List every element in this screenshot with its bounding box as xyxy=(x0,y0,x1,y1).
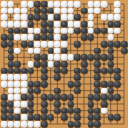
white-stone[interactable] xyxy=(21,74,28,81)
black-stone[interactable] xyxy=(27,41,34,48)
black-stone[interactable] xyxy=(94,107,101,114)
white-stone[interactable] xyxy=(47,1,54,8)
black-stone[interactable] xyxy=(81,7,88,14)
white-stone[interactable] xyxy=(101,1,108,8)
black-stone[interactable] xyxy=(21,41,28,48)
black-stone[interactable] xyxy=(114,114,121,121)
white-stone[interactable] xyxy=(21,21,28,28)
white-stone[interactable] xyxy=(1,81,8,88)
black-stone[interactable] xyxy=(41,61,48,68)
black-stone[interactable] xyxy=(34,81,41,88)
black-stone[interactable] xyxy=(94,81,101,88)
black-stone[interactable] xyxy=(74,81,81,88)
black-stone[interactable] xyxy=(41,101,48,108)
white-stone[interactable] xyxy=(21,14,28,21)
white-stone[interactable] xyxy=(54,54,61,61)
white-stone[interactable] xyxy=(21,87,28,94)
white-stone[interactable] xyxy=(7,81,14,88)
white-stone[interactable] xyxy=(14,7,21,14)
black-stone[interactable] xyxy=(41,107,48,114)
white-stone[interactable] xyxy=(7,74,14,81)
black-stone[interactable] xyxy=(87,114,94,121)
black-stone[interactable] xyxy=(34,54,41,61)
white-stone[interactable] xyxy=(1,1,8,8)
black-stone[interactable] xyxy=(94,27,101,34)
black-stone[interactable] xyxy=(61,47,68,54)
white-stone[interactable] xyxy=(7,21,14,28)
black-stone[interactable] xyxy=(54,87,61,94)
black-stone[interactable] xyxy=(41,7,48,14)
black-stone[interactable] xyxy=(87,54,94,61)
white-stone[interactable] xyxy=(54,21,61,28)
black-stone[interactable] xyxy=(27,81,34,88)
white-stone[interactable] xyxy=(14,81,21,88)
black-stone[interactable] xyxy=(1,41,8,48)
white-stone[interactable] xyxy=(67,54,74,61)
black-stone[interactable] xyxy=(94,61,101,68)
black-stone[interactable] xyxy=(1,94,8,101)
hoshi-point xyxy=(63,103,65,105)
white-stone[interactable] xyxy=(67,14,74,21)
white-stone[interactable] xyxy=(54,47,61,54)
black-stone[interactable] xyxy=(1,107,8,114)
black-stone[interactable] xyxy=(114,67,121,74)
black-stone[interactable] xyxy=(7,54,14,61)
black-stone[interactable] xyxy=(114,94,121,101)
black-stone[interactable] xyxy=(94,87,101,94)
white-stone[interactable] xyxy=(27,47,34,54)
white-stone[interactable] xyxy=(27,1,34,8)
black-stone[interactable] xyxy=(101,81,108,88)
black-stone[interactable] xyxy=(41,34,48,41)
black-stone[interactable] xyxy=(107,54,114,61)
white-stone[interactable] xyxy=(54,7,61,14)
white-stone[interactable] xyxy=(14,14,21,21)
black-stone[interactable] xyxy=(7,41,14,48)
black-stone[interactable] xyxy=(21,27,28,34)
white-stone[interactable] xyxy=(34,27,41,34)
white-stone[interactable] xyxy=(41,41,48,48)
white-stone[interactable] xyxy=(21,114,28,121)
black-stone[interactable] xyxy=(7,61,14,68)
black-stone[interactable] xyxy=(1,114,8,121)
black-stone[interactable] xyxy=(27,67,34,74)
black-stone[interactable] xyxy=(41,21,48,28)
white-stone[interactable] xyxy=(21,81,28,88)
black-stone[interactable] xyxy=(34,34,41,41)
black-stone[interactable] xyxy=(74,14,81,21)
black-stone[interactable] xyxy=(7,107,14,114)
white-stone[interactable] xyxy=(14,94,21,101)
white-stone[interactable] xyxy=(7,1,14,8)
black-stone[interactable] xyxy=(41,1,48,8)
black-stone[interactable] xyxy=(121,41,128,48)
black-stone[interactable] xyxy=(61,34,68,41)
black-stone[interactable] xyxy=(114,41,121,48)
black-stone[interactable] xyxy=(34,87,41,94)
white-stone[interactable] xyxy=(14,121,21,128)
white-stone[interactable] xyxy=(87,14,94,21)
black-stone[interactable] xyxy=(94,114,101,121)
black-stone[interactable] xyxy=(94,47,101,54)
black-stone[interactable] xyxy=(107,61,114,68)
black-stone[interactable] xyxy=(67,101,74,108)
black-stone[interactable] xyxy=(7,114,14,121)
black-stone[interactable] xyxy=(67,107,74,114)
black-stone[interactable] xyxy=(74,114,81,121)
black-stone[interactable] xyxy=(54,14,61,21)
black-stone[interactable] xyxy=(94,74,101,81)
black-stone[interactable] xyxy=(34,14,41,21)
white-stone[interactable] xyxy=(61,27,68,34)
black-stone[interactable] xyxy=(47,7,54,14)
black-stone[interactable] xyxy=(27,21,34,28)
black-stone[interactable] xyxy=(54,101,61,108)
white-stone[interactable] xyxy=(114,14,121,21)
black-stone[interactable] xyxy=(61,61,68,68)
white-stone[interactable] xyxy=(21,121,28,128)
black-stone[interactable] xyxy=(21,107,28,114)
white-stone[interactable] xyxy=(47,54,54,61)
hoshi-point xyxy=(103,23,105,25)
white-stone[interactable] xyxy=(27,121,34,128)
black-stone[interactable] xyxy=(114,81,121,88)
black-stone[interactable] xyxy=(21,94,28,101)
white-stone[interactable] xyxy=(61,7,68,14)
white-stone[interactable] xyxy=(107,27,114,34)
black-stone[interactable] xyxy=(47,94,54,101)
black-stone[interactable] xyxy=(54,74,61,81)
black-stone[interactable] xyxy=(74,27,81,34)
black-stone[interactable] xyxy=(94,94,101,101)
white-stone[interactable] xyxy=(27,34,34,41)
black-stone[interactable] xyxy=(67,81,74,88)
black-stone[interactable] xyxy=(47,21,54,28)
black-stone[interactable] xyxy=(27,87,34,94)
black-stone[interactable] xyxy=(34,1,41,8)
black-stone[interactable] xyxy=(87,101,94,108)
black-stone[interactable] xyxy=(54,61,61,68)
white-stone[interactable] xyxy=(101,107,108,114)
white-stone[interactable] xyxy=(1,7,8,14)
black-stone[interactable] xyxy=(114,74,121,81)
black-stone[interactable] xyxy=(41,121,48,128)
black-stone[interactable] xyxy=(14,27,21,34)
black-stone[interactable] xyxy=(41,54,48,61)
white-stone[interactable] xyxy=(7,94,14,101)
black-stone[interactable] xyxy=(14,67,21,74)
black-stone[interactable] xyxy=(107,21,114,28)
black-stone[interactable] xyxy=(101,101,108,108)
black-stone[interactable] xyxy=(87,121,94,128)
black-stone[interactable] xyxy=(61,94,68,101)
white-stone[interactable] xyxy=(87,27,94,34)
black-stone[interactable] xyxy=(107,94,114,101)
black-stone[interactable] xyxy=(54,107,61,114)
black-stone[interactable] xyxy=(81,34,88,41)
black-stone[interactable] xyxy=(41,74,48,81)
white-stone[interactable] xyxy=(14,87,21,94)
white-stone[interactable] xyxy=(74,21,81,28)
white-stone[interactable] xyxy=(47,41,54,48)
black-stone[interactable] xyxy=(81,54,88,61)
white-stone[interactable] xyxy=(101,87,108,94)
black-stone[interactable] xyxy=(47,114,54,121)
black-stone[interactable] xyxy=(41,14,48,21)
white-stone[interactable] xyxy=(67,7,74,14)
white-stone[interactable] xyxy=(94,7,101,14)
white-stone[interactable] xyxy=(34,121,41,128)
black-stone[interactable] xyxy=(27,94,34,101)
white-stone[interactable] xyxy=(14,34,21,41)
black-stone[interactable] xyxy=(81,21,88,28)
white-stone[interactable] xyxy=(14,74,21,81)
white-stone[interactable] xyxy=(21,34,28,41)
black-stone[interactable] xyxy=(41,81,48,88)
black-stone[interactable] xyxy=(121,47,128,54)
white-stone[interactable] xyxy=(7,87,14,94)
black-stone[interactable] xyxy=(94,54,101,61)
black-stone[interactable] xyxy=(14,114,21,121)
black-stone[interactable] xyxy=(7,101,14,108)
white-stone[interactable] xyxy=(14,47,21,54)
black-stone[interactable] xyxy=(107,114,114,121)
white-stone[interactable] xyxy=(61,54,68,61)
white-stone[interactable] xyxy=(54,34,61,41)
black-stone[interactable] xyxy=(74,41,81,48)
white-stone[interactable] xyxy=(94,1,101,8)
white-stone[interactable] xyxy=(7,7,14,14)
black-stone[interactable] xyxy=(107,41,114,48)
black-stone[interactable] xyxy=(27,114,34,121)
black-stone[interactable] xyxy=(107,67,114,74)
white-stone[interactable] xyxy=(7,121,14,128)
go-board[interactable] xyxy=(0,0,128,128)
black-stone[interactable] xyxy=(74,87,81,94)
white-stone[interactable] xyxy=(107,34,114,41)
black-stone[interactable] xyxy=(87,107,94,114)
white-stone[interactable] xyxy=(14,107,21,114)
black-stone[interactable] xyxy=(7,34,14,41)
black-stone[interactable] xyxy=(41,67,48,74)
black-stone[interactable] xyxy=(101,27,108,34)
black-stone[interactable] xyxy=(107,81,114,88)
white-stone[interactable] xyxy=(34,41,41,48)
black-stone[interactable] xyxy=(114,21,121,28)
white-stone[interactable] xyxy=(47,61,54,68)
hoshi-point xyxy=(103,63,105,65)
white-stone[interactable] xyxy=(1,74,8,81)
white-stone[interactable] xyxy=(34,47,41,54)
black-stone[interactable] xyxy=(41,27,48,34)
black-stone[interactable] xyxy=(81,67,88,74)
black-stone[interactable] xyxy=(87,94,94,101)
black-stone[interactable] xyxy=(87,34,94,41)
black-stone[interactable] xyxy=(107,87,114,94)
white-stone[interactable] xyxy=(54,41,61,48)
black-stone[interactable] xyxy=(47,47,54,54)
screenshot-stage xyxy=(0,0,128,128)
white-stone[interactable] xyxy=(107,14,114,21)
black-stone[interactable] xyxy=(47,34,54,41)
white-stone[interactable] xyxy=(101,14,108,21)
black-stone[interactable] xyxy=(74,121,81,128)
white-stone[interactable] xyxy=(87,21,94,28)
black-stone[interactable] xyxy=(81,27,88,34)
white-stone[interactable] xyxy=(54,1,61,8)
white-stone[interactable] xyxy=(61,1,68,8)
white-stone[interactable] xyxy=(21,1,28,8)
white-stone[interactable] xyxy=(14,21,21,28)
white-stone[interactable] xyxy=(87,1,94,8)
white-stone[interactable] xyxy=(1,21,8,28)
white-stone[interactable] xyxy=(67,1,74,8)
black-stone[interactable] xyxy=(74,107,81,114)
black-stone[interactable] xyxy=(101,41,108,48)
black-stone[interactable] xyxy=(1,67,8,74)
white-stone[interactable] xyxy=(21,7,28,14)
white-stone[interactable] xyxy=(114,1,121,8)
black-stone[interactable] xyxy=(14,61,21,68)
white-stone[interactable] xyxy=(74,1,81,8)
black-stone[interactable] xyxy=(81,61,88,68)
black-stone[interactable] xyxy=(74,67,81,74)
white-stone[interactable] xyxy=(47,14,54,21)
black-stone[interactable] xyxy=(27,14,34,21)
black-stone[interactable] xyxy=(27,101,34,108)
black-stone[interactable] xyxy=(74,74,81,81)
black-stone[interactable] xyxy=(67,94,74,101)
black-stone[interactable] xyxy=(27,107,34,114)
black-stone[interactable] xyxy=(7,47,14,54)
white-stone[interactable] xyxy=(21,101,28,108)
white-stone[interactable] xyxy=(27,27,34,34)
black-stone[interactable] xyxy=(1,101,8,108)
black-stone[interactable] xyxy=(61,67,68,74)
black-stone[interactable] xyxy=(7,27,14,34)
white-stone[interactable] xyxy=(14,101,21,108)
black-stone[interactable] xyxy=(54,67,61,74)
black-stone[interactable] xyxy=(54,94,61,101)
white-stone[interactable] xyxy=(61,41,68,48)
black-stone[interactable] xyxy=(101,94,108,101)
black-stone[interactable] xyxy=(67,121,74,128)
white-stone[interactable] xyxy=(54,27,61,34)
black-stone[interactable] xyxy=(1,34,8,41)
black-stone[interactable] xyxy=(61,107,68,114)
black-stone[interactable] xyxy=(21,67,28,74)
hoshi-point xyxy=(23,63,25,65)
black-stone[interactable] xyxy=(47,27,54,34)
white-stone[interactable] xyxy=(27,61,34,68)
white-stone[interactable] xyxy=(67,21,74,28)
white-stone[interactable] xyxy=(1,121,8,128)
white-stone[interactable] xyxy=(1,14,8,21)
black-stone[interactable] xyxy=(7,67,14,74)
black-stone[interactable] xyxy=(107,47,114,54)
white-stone[interactable] xyxy=(114,7,121,14)
black-stone[interactable] xyxy=(101,54,108,61)
black-stone[interactable] xyxy=(34,61,41,68)
black-stone[interactable] xyxy=(34,114,41,121)
white-stone[interactable] xyxy=(67,27,74,34)
black-stone[interactable] xyxy=(61,21,68,28)
white-stone[interactable] xyxy=(87,7,94,14)
black-stone[interactable] xyxy=(61,114,68,121)
black-stone[interactable] xyxy=(34,7,41,14)
black-stone[interactable] xyxy=(41,114,48,121)
black-stone[interactable] xyxy=(94,67,101,74)
black-stone[interactable] xyxy=(74,54,81,61)
black-stone[interactable] xyxy=(101,67,108,74)
black-stone[interactable] xyxy=(94,121,101,128)
white-stone[interactable] xyxy=(61,14,68,21)
black-stone[interactable] xyxy=(41,94,48,101)
white-stone[interactable] xyxy=(114,27,121,34)
